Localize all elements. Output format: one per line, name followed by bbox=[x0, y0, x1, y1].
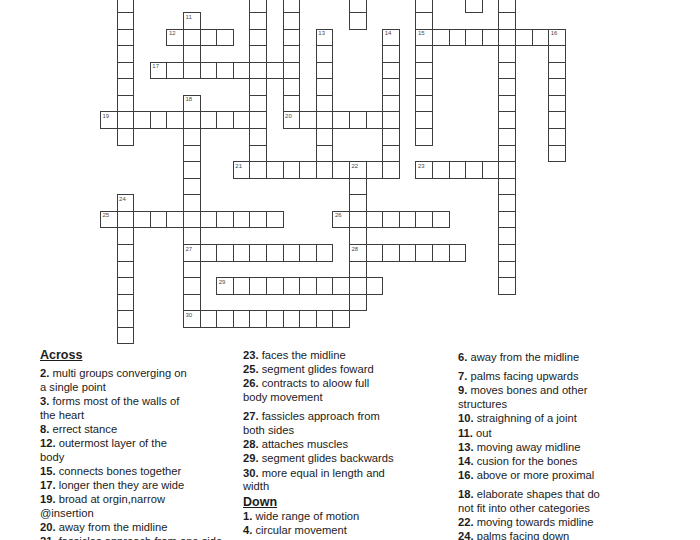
grid-cell[interactable] bbox=[532, 29, 550, 47]
grid-cell[interactable] bbox=[249, 29, 267, 47]
clue-text: multi groups converging on a single poin… bbox=[40, 367, 187, 393]
clue-text: errect stance bbox=[52, 423, 117, 435]
grid-cell[interactable] bbox=[349, 194, 367, 212]
clue-number: 7. bbox=[458, 370, 467, 382]
grid-cell[interactable] bbox=[415, 244, 433, 262]
grid-cell[interactable] bbox=[316, 78, 334, 96]
grid-cell[interactable] bbox=[332, 161, 350, 179]
clue-number: 10. bbox=[458, 412, 474, 424]
grid-cell[interactable] bbox=[299, 161, 317, 179]
grid-cell[interactable] bbox=[117, 277, 135, 295]
grid-cell[interactable] bbox=[415, 12, 433, 30]
grid-cell[interactable] bbox=[183, 227, 201, 245]
grid-cell[interactable] bbox=[150, 211, 168, 229]
grid-cell[interactable] bbox=[382, 95, 400, 113]
clue-number: 30. bbox=[243, 467, 259, 479]
grid-cell[interactable] bbox=[498, 277, 516, 295]
clue-number: 9. bbox=[458, 384, 467, 396]
cell-number: 25 bbox=[103, 212, 110, 218]
grid-cell[interactable] bbox=[233, 310, 251, 328]
clue-item: 29. segment glides backwards bbox=[243, 452, 452, 466]
grid-cell[interactable] bbox=[183, 178, 201, 196]
grid-cell[interactable] bbox=[316, 244, 334, 262]
grid-cell[interactable] bbox=[233, 277, 251, 295]
grid-cell[interactable] bbox=[432, 161, 450, 179]
clue-text: longer then they are wide bbox=[59, 479, 185, 491]
grid-cell[interactable] bbox=[283, 95, 301, 113]
grid-cell[interactable] bbox=[498, 12, 516, 30]
grid-cell[interactable] bbox=[498, 111, 516, 129]
clue-item: 26. contracts to aloow full body movemen… bbox=[243, 377, 452, 404]
grid-cell[interactable] bbox=[283, 12, 301, 30]
clue-number: 26. bbox=[243, 377, 259, 389]
grid-cell[interactable] bbox=[249, 62, 267, 80]
grid-cell[interactable] bbox=[316, 95, 334, 113]
cell-number: 20 bbox=[285, 113, 292, 119]
grid-cell[interactable] bbox=[183, 161, 201, 179]
grid-cell[interactable] bbox=[382, 45, 400, 63]
across-header: Across bbox=[40, 348, 240, 362]
grid-cell[interactable] bbox=[216, 111, 234, 129]
grid-cell[interactable] bbox=[117, 29, 135, 47]
cell-number: 15 bbox=[418, 30, 425, 36]
grid-cell[interactable] bbox=[200, 29, 218, 47]
grid-cell[interactable] bbox=[349, 111, 367, 129]
grid-cell[interactable] bbox=[216, 211, 234, 229]
grid-cell[interactable] bbox=[283, 277, 301, 295]
grid-cell[interactable] bbox=[266, 244, 284, 262]
clue-number: 29. bbox=[243, 452, 259, 464]
cell-number: 18 bbox=[186, 96, 193, 102]
crossword-grid: 1112131415161718192021222324252627282930 bbox=[0, 0, 700, 350]
grid-cell[interactable] bbox=[233, 244, 251, 262]
grid-cell[interactable] bbox=[200, 111, 218, 129]
clue-text: wide range of motion bbox=[255, 510, 359, 522]
grid-cell[interactable] bbox=[366, 244, 384, 262]
grid-cell[interactable] bbox=[415, 78, 433, 96]
grid-cell[interactable] bbox=[498, 244, 516, 262]
grid-cell[interactable] bbox=[183, 277, 201, 295]
grid-cell[interactable] bbox=[366, 277, 384, 295]
grid-cell[interactable] bbox=[266, 211, 284, 229]
clue-text: fassicles approach from both sides bbox=[243, 410, 380, 436]
clue-number: 27. bbox=[243, 410, 259, 422]
cell-number: 17 bbox=[152, 63, 159, 69]
clue-item: 23. faces the midline bbox=[243, 349, 452, 363]
grid-cell[interactable] bbox=[498, 194, 516, 212]
clue-text: palms facing down bbox=[477, 530, 570, 540]
grid-cell[interactable] bbox=[183, 194, 201, 212]
grid-cell[interactable] bbox=[200, 62, 218, 80]
grid-cell[interactable] bbox=[117, 95, 135, 113]
grid-cell[interactable] bbox=[332, 277, 350, 295]
grid-cell[interactable] bbox=[133, 211, 151, 229]
grid-cell[interactable] bbox=[183, 128, 201, 146]
clue-text: circular movement bbox=[255, 524, 346, 536]
grid-cell[interactable] bbox=[316, 128, 334, 146]
clue-text: segment glides foward bbox=[262, 363, 374, 375]
clue-number: 6. bbox=[458, 351, 467, 363]
clue-text: contracts to aloow full body movement bbox=[243, 377, 369, 403]
grid-cell[interactable] bbox=[415, 45, 433, 63]
clue-text: broad at orgin,narrow @insertion bbox=[40, 493, 165, 519]
grid-cell[interactable] bbox=[233, 211, 251, 229]
down-header: Down bbox=[243, 495, 452, 509]
clue-text: moving away midline bbox=[477, 441, 581, 453]
grid-cell[interactable] bbox=[216, 62, 234, 80]
clue-item: 13. moving away midline bbox=[458, 441, 695, 455]
grid-cell[interactable] bbox=[349, 277, 367, 295]
grid-cell[interactable] bbox=[399, 211, 417, 229]
grid-cell[interactable]: 13 bbox=[316, 29, 334, 47]
grid-cell[interactable]: 29 bbox=[216, 277, 234, 295]
grid-cell[interactable] bbox=[316, 62, 334, 80]
cell-number: 29 bbox=[219, 279, 226, 285]
cell-number: 11 bbox=[186, 14, 192, 20]
grid-cell[interactable] bbox=[415, 128, 433, 146]
clue-number: 2. bbox=[40, 367, 49, 379]
grid-cell[interactable] bbox=[382, 111, 400, 129]
grid-cell[interactable] bbox=[349, 211, 367, 229]
grid-cell[interactable] bbox=[266, 161, 284, 179]
grid-cell[interactable] bbox=[498, 45, 516, 63]
grid-cell[interactable] bbox=[548, 145, 566, 163]
grid-cell[interactable] bbox=[216, 244, 234, 262]
grid-cell[interactable] bbox=[548, 45, 566, 63]
clue-item: 2. multi groups converging on a single p… bbox=[40, 367, 240, 394]
grid-cell[interactable] bbox=[216, 310, 234, 328]
grid-cell[interactable] bbox=[449, 29, 467, 47]
grid-cell[interactable] bbox=[382, 128, 400, 146]
grid-cell[interactable] bbox=[166, 62, 184, 80]
clue-number: 19. bbox=[40, 493, 56, 505]
grid-cell[interactable] bbox=[249, 45, 267, 63]
clue-text: straighning of a joint bbox=[477, 412, 577, 424]
grid-cell[interactable] bbox=[498, 95, 516, 113]
grid-cell[interactable] bbox=[465, 0, 483, 13]
clue-number: 16. bbox=[458, 469, 474, 481]
grid-cell[interactable] bbox=[316, 45, 334, 63]
clue-text: connects bones together bbox=[59, 465, 182, 477]
clue-item: 11. out bbox=[458, 427, 695, 441]
grid-cell[interactable]: 24 bbox=[117, 194, 135, 212]
grid-cell[interactable] bbox=[117, 244, 135, 262]
clue-text: away from the midline bbox=[470, 351, 579, 363]
clue-text: moves bones and other structures bbox=[458, 384, 587, 410]
grid-cell[interactable] bbox=[117, 45, 135, 63]
grid-cell[interactable] bbox=[465, 161, 483, 179]
grid-cell[interactable]: 17 bbox=[150, 62, 168, 80]
clue-item: 7. palms facing upwards bbox=[458, 370, 695, 384]
clue-text: outermost layer of the body bbox=[40, 437, 167, 463]
grid-cell[interactable] bbox=[432, 244, 450, 262]
grid-cell[interactable] bbox=[349, 178, 367, 196]
clue-number: 13. bbox=[458, 441, 474, 453]
grid-cell[interactable] bbox=[382, 62, 400, 80]
grid-cell[interactable] bbox=[183, 294, 201, 312]
grid-cell[interactable] bbox=[249, 211, 267, 229]
grid-cell[interactable] bbox=[498, 145, 516, 163]
grid-cell[interactable] bbox=[249, 161, 267, 179]
grid-cell[interactable] bbox=[117, 310, 135, 328]
cell-number: 14 bbox=[385, 30, 392, 36]
cell-number: 28 bbox=[352, 246, 359, 252]
grid-cell[interactable] bbox=[366, 111, 384, 129]
cell-number: 22 bbox=[352, 163, 359, 169]
grid-cell[interactable] bbox=[150, 111, 168, 129]
grid-cell[interactable] bbox=[183, 111, 201, 129]
grid-cell[interactable] bbox=[449, 244, 467, 262]
grid-cell[interactable] bbox=[548, 111, 566, 129]
grid-cell[interactable] bbox=[117, 294, 135, 312]
grid-cell[interactable] bbox=[266, 310, 284, 328]
grid-cell[interactable] bbox=[548, 95, 566, 113]
grid-cell[interactable] bbox=[482, 29, 500, 47]
grid-cell[interactable] bbox=[498, 161, 516, 179]
clue-number: 22. bbox=[458, 516, 474, 528]
grid-cell[interactable]: 27 bbox=[183, 244, 201, 262]
grid-cell[interactable]: 16 bbox=[548, 29, 566, 47]
clue-item: 16. above or more proximal bbox=[458, 469, 695, 483]
cell-number: 26 bbox=[335, 212, 342, 218]
cell-number: 21 bbox=[235, 163, 242, 169]
cell-number: 19 bbox=[103, 113, 110, 119]
grid-cell[interactable] bbox=[299, 111, 317, 129]
grid-cell[interactable] bbox=[249, 12, 267, 30]
grid-cell[interactable] bbox=[117, 128, 135, 146]
grid-cell[interactable] bbox=[349, 261, 367, 279]
clue-number: 15. bbox=[40, 465, 56, 477]
grid-cell[interactable] bbox=[233, 62, 251, 80]
clue-text: above or more proximal bbox=[477, 469, 595, 481]
grid-cell[interactable] bbox=[183, 62, 201, 80]
clue-text: out bbox=[476, 427, 492, 439]
clue-column-down: 6. away from the midline7. palms facing … bbox=[458, 351, 695, 540]
grid-cell[interactable] bbox=[415, 62, 433, 80]
grid-cell[interactable] bbox=[432, 29, 450, 47]
grid-cell[interactable] bbox=[498, 211, 516, 229]
grid-cell[interactable] bbox=[449, 161, 467, 179]
grid-cell[interactable] bbox=[200, 310, 218, 328]
grid-cell[interactable] bbox=[283, 45, 301, 63]
grid-cell[interactable] bbox=[548, 78, 566, 96]
grid-cell[interactable] bbox=[283, 161, 301, 179]
clue-number: 1. bbox=[243, 510, 252, 522]
grid-cell[interactable] bbox=[498, 62, 516, 80]
grid-cell[interactable] bbox=[366, 211, 384, 229]
grid-cell[interactable] bbox=[117, 111, 135, 129]
clue-item: 25. segment glides foward bbox=[243, 363, 452, 377]
grid-cell[interactable] bbox=[117, 227, 135, 245]
grid-cell[interactable] bbox=[133, 111, 151, 129]
grid-cell[interactable] bbox=[548, 62, 566, 80]
grid-cell[interactable] bbox=[415, 111, 433, 129]
grid-cell[interactable] bbox=[266, 277, 284, 295]
grid-cell[interactable] bbox=[316, 161, 334, 179]
grid-cell[interactable] bbox=[382, 244, 400, 262]
clue-item: 15. connects bones together bbox=[40, 465, 240, 479]
clue-number: 23. bbox=[243, 349, 259, 361]
grid-cell[interactable] bbox=[249, 277, 267, 295]
grid-cell[interactable] bbox=[415, 211, 433, 229]
grid-cell[interactable]: 12 bbox=[166, 29, 184, 47]
grid-cell[interactable] bbox=[249, 95, 267, 113]
clue-text: attaches muscles bbox=[262, 438, 348, 450]
grid-cell[interactable] bbox=[415, 95, 433, 113]
grid-cell[interactable] bbox=[117, 62, 135, 80]
clue-text: more equal in length and width bbox=[243, 467, 385, 493]
clue-item: 20. away from the midline bbox=[40, 521, 240, 535]
grid-cell[interactable] bbox=[249, 128, 267, 146]
clue-text: fassicles approach from one side bbox=[59, 535, 223, 540]
clue-text: elaborate shapes that do not fit into ot… bbox=[458, 488, 600, 514]
grid-cell[interactable] bbox=[249, 244, 267, 262]
grid-cell[interactable] bbox=[465, 29, 483, 47]
grid-cell[interactable] bbox=[117, 327, 135, 345]
grid-cell[interactable] bbox=[183, 45, 201, 63]
grid-cell[interactable] bbox=[498, 261, 516, 279]
grid-cell[interactable]: 22 bbox=[349, 161, 367, 179]
grid-cell[interactable] bbox=[183, 211, 201, 229]
grid-cell[interactable] bbox=[249, 310, 267, 328]
grid-cell[interactable] bbox=[349, 294, 367, 312]
clue-number: 11. bbox=[458, 427, 473, 439]
grid-cell[interactable]: 21 bbox=[233, 161, 251, 179]
grid-cell[interactable] bbox=[249, 111, 267, 129]
clue-number: 24. bbox=[458, 530, 474, 540]
clue-number: 18. bbox=[458, 488, 474, 500]
grid-cell[interactable] bbox=[299, 310, 317, 328]
clue-number: 17. bbox=[40, 479, 56, 491]
grid-cell[interactable] bbox=[548, 128, 566, 146]
grid-cell[interactable] bbox=[117, 12, 135, 30]
grid-cell[interactable] bbox=[117, 211, 135, 229]
grid-cell[interactable]: 30 bbox=[183, 310, 201, 328]
grid-cell[interactable]: 20 bbox=[283, 111, 301, 129]
grid-cell[interactable] bbox=[117, 261, 135, 279]
clue-item: 22. moving towards midline bbox=[458, 516, 695, 530]
grid-cell[interactable] bbox=[432, 211, 450, 229]
clue-number: 25. bbox=[243, 363, 259, 375]
clue-text: cusion for the bones bbox=[477, 455, 578, 467]
clue-item: 30. more equal in length and width bbox=[243, 467, 452, 494]
grid-cell[interactable] bbox=[299, 244, 317, 262]
grid-cell[interactable]: 26 bbox=[332, 211, 350, 229]
grid-cell[interactable] bbox=[498, 78, 516, 96]
clue-item: 1. wide range of motion bbox=[243, 510, 452, 524]
grid-cell[interactable] bbox=[249, 145, 267, 163]
grid-cell[interactable] bbox=[316, 310, 334, 328]
grid-cell[interactable]: 15 bbox=[415, 29, 433, 47]
grid-cell[interactable] bbox=[316, 277, 334, 295]
clue-item: 21. fassicles approach from one side bbox=[40, 535, 240, 540]
grid-cell[interactable]: 18 bbox=[183, 95, 201, 113]
grid-cell[interactable] bbox=[166, 211, 184, 229]
clue-number: 28. bbox=[243, 438, 259, 450]
grid-cell[interactable] bbox=[515, 29, 533, 47]
grid-cell[interactable] bbox=[283, 78, 301, 96]
grid-cell[interactable]: 28 bbox=[349, 244, 367, 262]
grid-cell[interactable] bbox=[117, 78, 135, 96]
grid-cell[interactable] bbox=[382, 161, 400, 179]
grid-cell[interactable] bbox=[332, 310, 350, 328]
grid-cell[interactable] bbox=[200, 244, 218, 262]
clue-item: 8. errect stance bbox=[40, 423, 240, 437]
grid-cell[interactable] bbox=[349, 12, 367, 30]
clue-item: 14. cusion for the bones bbox=[458, 455, 695, 469]
grid-cell[interactable] bbox=[482, 161, 500, 179]
cell-number: 16 bbox=[551, 30, 558, 36]
clue-item: 12. outermost layer of the body bbox=[40, 437, 240, 464]
clue-item: 10. straighning of a joint bbox=[458, 412, 695, 426]
grid-cell[interactable] bbox=[233, 111, 251, 129]
grid-cell[interactable] bbox=[283, 244, 301, 262]
grid-cell[interactable] bbox=[299, 277, 317, 295]
grid-cell[interactable] bbox=[399, 244, 417, 262]
grid-cell[interactable] bbox=[349, 227, 367, 245]
cell-number: 23 bbox=[418, 163, 425, 169]
clue-number: 8. bbox=[40, 423, 49, 435]
grid-cell[interactable] bbox=[332, 111, 350, 129]
grid-cell[interactable] bbox=[498, 29, 516, 47]
grid-cell[interactable] bbox=[166, 111, 184, 129]
grid-cell[interactable] bbox=[382, 78, 400, 96]
clue-item: 24. palms facing down bbox=[458, 530, 695, 540]
grid-cell[interactable] bbox=[183, 29, 201, 47]
grid-cell[interactable] bbox=[266, 62, 284, 80]
grid-cell[interactable] bbox=[382, 145, 400, 163]
grid-cell[interactable] bbox=[498, 178, 516, 196]
grid-cell[interactable] bbox=[316, 145, 334, 163]
grid-cell[interactable] bbox=[183, 145, 201, 163]
clue-text: segment glides backwards bbox=[262, 452, 394, 464]
grid-cell[interactable] bbox=[249, 78, 267, 96]
grid-cell[interactable]: 11 bbox=[183, 12, 201, 30]
clue-item: 9. moves bones and other structures bbox=[458, 384, 695, 411]
grid-cell[interactable] bbox=[283, 29, 301, 47]
grid-cell[interactable]: 23 bbox=[415, 161, 433, 179]
clue-column-across: Across2. multi groups converging on a si… bbox=[40, 348, 240, 540]
grid-cell[interactable]: 19 bbox=[100, 111, 118, 129]
clue-item: 3. forms most of the walls of the heart bbox=[40, 395, 240, 422]
clue-text: moving towards midline bbox=[477, 516, 594, 528]
grid-cell[interactable] bbox=[283, 310, 301, 328]
grid-cell[interactable] bbox=[366, 161, 384, 179]
grid-cell[interactable] bbox=[316, 111, 334, 129]
clue-item: 6. away from the midline bbox=[458, 351, 695, 365]
clue-number: 4. bbox=[243, 524, 252, 536]
grid-cell[interactable] bbox=[283, 62, 301, 80]
grid-cell[interactable]: 14 bbox=[382, 29, 400, 47]
grid-cell[interactable] bbox=[498, 227, 516, 245]
clue-item: 19. broad at orgin,narrow @insertion bbox=[40, 493, 240, 520]
clue-number: 14. bbox=[458, 455, 474, 467]
grid-cell[interactable] bbox=[498, 128, 516, 146]
clue-item: 4. circular movement bbox=[243, 524, 452, 538]
clue-item: 18. elaborate shapes that do not fit int… bbox=[458, 488, 695, 515]
cell-number: 12 bbox=[169, 30, 176, 36]
crossword-page: { "game": "crossword", "page": { "backgr… bbox=[0, 0, 700, 540]
grid-cell[interactable] bbox=[200, 211, 218, 229]
grid-cell[interactable]: 25 bbox=[100, 211, 118, 229]
grid-cell[interactable] bbox=[382, 211, 400, 229]
grid-cell[interactable] bbox=[183, 261, 201, 279]
clue-item: 27. fassicles approach from both sides bbox=[243, 410, 452, 437]
grid-cell[interactable] bbox=[216, 29, 234, 47]
cell-number: 27 bbox=[186, 246, 193, 252]
clue-item: 17. longer then they are wide bbox=[40, 479, 240, 493]
clue-number: 21. bbox=[40, 535, 56, 540]
